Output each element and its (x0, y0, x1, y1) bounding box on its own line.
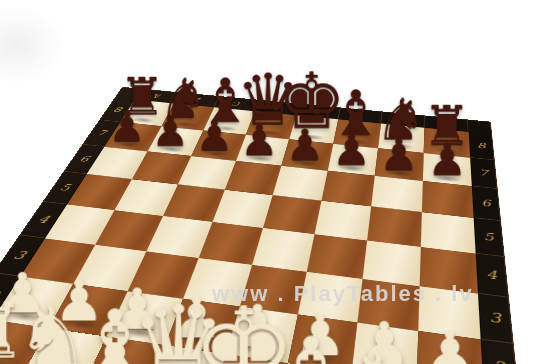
square-g5 (367, 206, 422, 247)
product-photo: ♜♞♝♛♚♝♞♜♟♟♟♟♟♟♟♟♟♟♟♟♟♟♟♟♜♞♝♛♚♝♞♜ AABBCCD… (0, 0, 546, 364)
square-f5 (315, 201, 372, 241)
square-h5 (421, 212, 476, 253)
square-b4 (95, 210, 163, 251)
board-perspective-wrapper: ♜♞♝♛♚♝♞♜♟♟♟♟♟♟♟♟♟♟♟♟♟♟♟♟♜♞♝♛♚♝♞♜ AABBCCD… (0, 0, 546, 364)
square-f4 (307, 234, 367, 279)
white-rook-glyph: ♜ (356, 358, 546, 364)
square-h4 (420, 247, 478, 294)
piece-black-pawn: ♟ (423, 153, 472, 186)
chess-board: ♜♞♝♛♚♝♞♜♟♟♟♟♟♟♟♟♟♟♟♟♟♟♟♟♜♞♝♛♚♝♞♜ AABBCCD… (0, 87, 529, 364)
square-e5 (263, 195, 321, 234)
board-squares: ♜♞♝♛♚♝♞♜♟♟♟♟♟♟♟♟♟♟♟♟♟♟♟♟♜♞♝♛♚♝♞♜ (0, 100, 487, 364)
square-d5 (213, 190, 273, 228)
square-e4 (252, 228, 314, 272)
square-h7: ♟ (423, 153, 472, 186)
black-pawn-glyph: ♟ (383, 137, 512, 181)
